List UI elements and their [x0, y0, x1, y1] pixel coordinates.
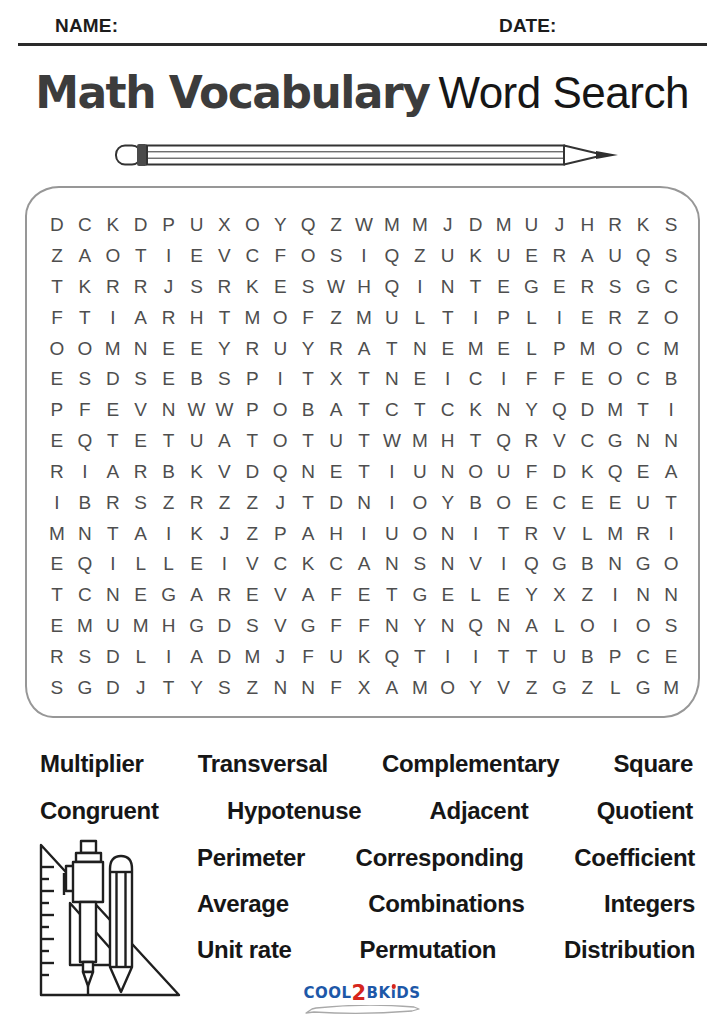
grid-cell[interactable]: Q	[545, 395, 573, 426]
grid-cell[interactable]: D	[573, 395, 601, 426]
grid-cell[interactable]: Y	[210, 333, 238, 364]
grid-cell[interactable]: F	[71, 395, 99, 426]
grid-cell[interactable]: I	[99, 549, 127, 580]
grid-cell[interactable]: G	[518, 272, 546, 303]
grid-cell[interactable]: J	[266, 641, 294, 672]
grid-cell[interactable]: I	[545, 302, 573, 333]
grid-cell[interactable]: J	[545, 210, 573, 241]
grid-cell[interactable]: S	[238, 611, 266, 642]
grid-cell[interactable]: I	[155, 641, 183, 672]
grid-cell[interactable]: P	[601, 641, 629, 672]
grid-cell[interactable]: O	[601, 333, 629, 364]
grid-cell[interactable]: G	[155, 580, 183, 611]
grid-cell[interactable]: R	[238, 333, 266, 364]
grid-cell[interactable]: E	[629, 457, 657, 488]
grid-cell[interactable]: N	[601, 549, 629, 580]
grid-cell[interactable]: S	[43, 672, 71, 703]
grid-cell[interactable]: I	[155, 518, 183, 549]
grid-cell[interactable]: H	[434, 426, 462, 457]
word-item[interactable]: Integers	[604, 890, 695, 918]
grid-cell[interactable]: J	[434, 210, 462, 241]
grid-cell[interactable]: O	[462, 457, 490, 488]
grid-cell[interactable]: E	[573, 302, 601, 333]
grid-cell[interactable]: T	[518, 641, 546, 672]
grid-cell[interactable]: N	[378, 549, 406, 580]
grid-cell[interactable]: D	[462, 210, 490, 241]
grid-cell[interactable]: U	[322, 426, 350, 457]
grid-cell[interactable]: W	[378, 426, 406, 457]
grid-cell[interactable]: A	[294, 580, 322, 611]
word-item[interactable]: Perimeter	[197, 844, 305, 872]
grid-cell[interactable]: L	[545, 611, 573, 642]
grid-cell[interactable]: U	[601, 241, 629, 272]
grid-cell[interactable]: U	[434, 241, 462, 272]
grid-cell[interactable]: V	[127, 395, 155, 426]
grid-cell[interactable]: A	[210, 426, 238, 457]
word-item[interactable]: Corresponding	[356, 844, 524, 872]
grid-cell[interactable]: H	[155, 611, 183, 642]
grid-cell[interactable]: I	[71, 457, 99, 488]
grid-cell[interactable]: N	[294, 672, 322, 703]
grid-cell[interactable]: K	[71, 272, 99, 303]
grid-cell[interactable]: U	[266, 333, 294, 364]
grid-cell[interactable]: D	[99, 672, 127, 703]
grid-cell[interactable]: S	[601, 272, 629, 303]
grid-cell[interactable]: O	[43, 333, 71, 364]
grid-cell[interactable]: N	[434, 457, 462, 488]
grid-cell[interactable]: A	[518, 611, 546, 642]
grid-cell[interactable]: A	[657, 457, 685, 488]
grid-cell[interactable]: J	[266, 487, 294, 518]
grid-cell[interactable]: Q	[629, 241, 657, 272]
grid-cell[interactable]: E	[127, 426, 155, 457]
grid-cell[interactable]: A	[183, 641, 211, 672]
grid-cell[interactable]: N	[490, 395, 518, 426]
grid-cell[interactable]: A	[127, 518, 155, 549]
grid-cell[interactable]: I	[434, 364, 462, 395]
grid-cell[interactable]: A	[378, 672, 406, 703]
grid-cell[interactable]: F	[43, 302, 71, 333]
grid-cell[interactable]: B	[462, 487, 490, 518]
grid-cell[interactable]: R	[127, 272, 155, 303]
grid-cell[interactable]: Q	[378, 241, 406, 272]
grid-cell[interactable]: I	[657, 518, 685, 549]
grid-cell[interactable]: Q	[71, 426, 99, 457]
grid-cell[interactable]: L	[406, 302, 434, 333]
grid-cell[interactable]: B	[573, 549, 601, 580]
word-item[interactable]: Transversal	[198, 750, 328, 778]
grid-cell[interactable]: S	[127, 364, 155, 395]
grid-cell[interactable]: M	[238, 641, 266, 672]
word-item[interactable]: Coefficient	[574, 844, 695, 872]
grid-cell[interactable]: U	[99, 611, 127, 642]
grid-cell[interactable]: E	[434, 580, 462, 611]
grid-cell[interactable]: G	[406, 580, 434, 611]
grid-cell[interactable]: V	[266, 611, 294, 642]
word-item[interactable]: Quotient	[597, 797, 693, 825]
word-item[interactable]: Multiplier	[40, 750, 144, 778]
grid-cell[interactable]: T	[350, 395, 378, 426]
grid-cell[interactable]: T	[238, 426, 266, 457]
grid-cell[interactable]: F	[518, 457, 546, 488]
grid-cell[interactable]: T	[406, 395, 434, 426]
grid-cell[interactable]: S	[210, 364, 238, 395]
grid-cell[interactable]: E	[350, 580, 378, 611]
grid-cell[interactable]: K	[183, 518, 211, 549]
grid-cell[interactable]: V	[545, 518, 573, 549]
grid-cell[interactable]: T	[629, 395, 657, 426]
grid-cell[interactable]: E	[518, 487, 546, 518]
grid-cell[interactable]: D	[127, 210, 155, 241]
grid-cell[interactable]: T	[378, 333, 406, 364]
word-item[interactable]: Distribution	[564, 936, 695, 964]
grid-cell[interactable]: L	[518, 302, 546, 333]
word-item[interactable]: Congruent	[40, 797, 159, 825]
grid-cell[interactable]: N	[434, 518, 462, 549]
grid-cell[interactable]: Y	[294, 333, 322, 364]
grid-cell[interactable]: W	[350, 210, 378, 241]
grid-cell[interactable]: G	[629, 272, 657, 303]
grid-cell[interactable]: E	[490, 272, 518, 303]
grid-cell[interactable]: S	[210, 672, 238, 703]
grid-cell[interactable]: W	[210, 395, 238, 426]
grid-cell[interactable]: M	[490, 210, 518, 241]
grid-cell[interactable]: N	[350, 487, 378, 518]
grid-cell[interactable]: X	[322, 364, 350, 395]
grid-cell[interactable]: E	[183, 241, 211, 272]
grid-cell[interactable]: I	[601, 611, 629, 642]
grid-cell[interactable]: M	[601, 518, 629, 549]
grid-cell[interactable]: I	[490, 549, 518, 580]
grid-cell[interactable]: M	[71, 611, 99, 642]
grid-cell[interactable]: Y	[266, 210, 294, 241]
grid-cell[interactable]: E	[127, 580, 155, 611]
grid-cell[interactable]: J	[155, 272, 183, 303]
grid-cell[interactable]: K	[99, 210, 127, 241]
grid-cell[interactable]: Y	[518, 395, 546, 426]
grid-cell[interactable]: F	[322, 611, 350, 642]
grid-cell[interactable]: N	[99, 580, 127, 611]
grid-cell[interactable]: U	[378, 302, 406, 333]
grid-cell[interactable]: S	[406, 549, 434, 580]
grid-cell[interactable]: M	[573, 333, 601, 364]
grid-cell[interactable]: E	[573, 487, 601, 518]
grid-cell[interactable]: L	[127, 549, 155, 580]
grid-cell[interactable]: D	[210, 641, 238, 672]
grid-cell[interactable]: I	[266, 364, 294, 395]
grid-cell[interactable]: M	[657, 333, 685, 364]
grid-cell[interactable]: E	[238, 580, 266, 611]
grid-cell[interactable]: H	[350, 272, 378, 303]
grid-cell[interactable]: Q	[378, 641, 406, 672]
grid-cell[interactable]: T	[378, 580, 406, 611]
grid-cell[interactable]: M	[406, 210, 434, 241]
grid-cell[interactable]: S	[71, 364, 99, 395]
grid-cell[interactable]: T	[43, 272, 71, 303]
grid-cell[interactable]: Q	[601, 457, 629, 488]
grid-cell[interactable]: B	[294, 395, 322, 426]
grid-cell[interactable]: C	[629, 641, 657, 672]
grid-cell[interactable]: Z	[155, 487, 183, 518]
grid-cell[interactable]: V	[266, 580, 294, 611]
grid-cell[interactable]: E	[99, 395, 127, 426]
grid-cell[interactable]: Z	[322, 210, 350, 241]
grid-cell[interactable]: E	[490, 333, 518, 364]
grid-cell[interactable]: V	[545, 426, 573, 457]
grid-cell[interactable]: E	[322, 457, 350, 488]
grid-cell[interactable]: S	[322, 241, 350, 272]
grid-cell[interactable]: A	[99, 457, 127, 488]
grid-cell[interactable]: Q	[266, 457, 294, 488]
grid-cell[interactable]: M	[378, 210, 406, 241]
grid-cell[interactable]: U	[545, 641, 573, 672]
grid-cell[interactable]: R	[518, 518, 546, 549]
grid-cell[interactable]: V	[462, 549, 490, 580]
grid-cell[interactable]: Y	[434, 487, 462, 518]
grid-cell[interactable]: A	[322, 395, 350, 426]
grid-cell[interactable]: O	[71, 333, 99, 364]
word-item[interactable]: Permutation	[359, 936, 496, 964]
grid-cell[interactable]: C	[238, 241, 266, 272]
grid-cell[interactable]: S	[657, 210, 685, 241]
grid-cell[interactable]: W	[322, 272, 350, 303]
grid-cell[interactable]: E	[183, 333, 211, 364]
grid-cell[interactable]: Z	[573, 672, 601, 703]
grid-cell[interactable]: T	[462, 426, 490, 457]
grid-cell[interactable]: T	[490, 518, 518, 549]
grid-cell[interactable]: T	[350, 457, 378, 488]
grid-cell[interactable]: N	[378, 364, 406, 395]
grid-cell[interactable]: V	[210, 457, 238, 488]
grid-cell[interactable]: L	[601, 672, 629, 703]
grid-cell[interactable]: N	[378, 611, 406, 642]
grid-cell[interactable]: T	[155, 672, 183, 703]
grid-cell[interactable]: I	[434, 641, 462, 672]
grid-cell[interactable]: T	[294, 487, 322, 518]
grid-cell[interactable]: S	[657, 241, 685, 272]
grid-cell[interactable]: M	[350, 302, 378, 333]
grid-cell[interactable]: A	[573, 241, 601, 272]
grid-cell[interactable]: G	[629, 672, 657, 703]
grid-cell[interactable]: R	[322, 333, 350, 364]
grid-cell[interactable]: F	[518, 364, 546, 395]
grid-cell[interactable]: K	[183, 457, 211, 488]
word-item[interactable]: Hypotenuse	[227, 797, 361, 825]
grid-cell[interactable]: T	[210, 302, 238, 333]
grid-cell[interactable]: E	[601, 487, 629, 518]
grid-cell[interactable]: M	[127, 611, 155, 642]
grid-cell[interactable]: N	[657, 580, 685, 611]
grid-cell[interactable]: C	[378, 395, 406, 426]
grid-cell[interactable]: N	[434, 611, 462, 642]
grid-cell[interactable]: Q	[378, 272, 406, 303]
grid-cell[interactable]: P	[155, 210, 183, 241]
grid-cell[interactable]: O	[629, 611, 657, 642]
grid-cell[interactable]: J	[127, 672, 155, 703]
grid-cell[interactable]: R	[518, 426, 546, 457]
grid-cell[interactable]: O	[490, 487, 518, 518]
grid-cell[interactable]: Z	[573, 580, 601, 611]
grid-cell[interactable]: K	[629, 210, 657, 241]
word-item[interactable]: Unit rate	[197, 936, 292, 964]
grid-cell[interactable]: Y	[462, 672, 490, 703]
grid-cell[interactable]: E	[657, 641, 685, 672]
grid-cell[interactable]: Z	[406, 241, 434, 272]
grid-cell[interactable]: E	[43, 426, 71, 457]
grid-cell[interactable]: N	[406, 333, 434, 364]
grid-cell[interactable]: I	[99, 302, 127, 333]
grid-cell[interactable]: A	[127, 302, 155, 333]
grid-cell[interactable]: U	[518, 210, 546, 241]
grid-cell[interactable]: U	[629, 487, 657, 518]
grid-cell[interactable]: P	[43, 395, 71, 426]
grid-cell[interactable]: C	[266, 549, 294, 580]
grid-cell[interactable]: T	[127, 241, 155, 272]
grid-cell[interactable]: U	[183, 426, 211, 457]
grid-cell[interactable]: L	[518, 333, 546, 364]
grid-cell[interactable]: O	[266, 395, 294, 426]
grid-cell[interactable]: H	[322, 518, 350, 549]
word-item[interactable]: Combinations	[368, 890, 524, 918]
grid-cell[interactable]: I	[462, 302, 490, 333]
grid-cell[interactable]: W	[183, 395, 211, 426]
grid-cell[interactable]: I	[155, 241, 183, 272]
grid-cell[interactable]: F	[545, 364, 573, 395]
grid-cell[interactable]: T	[71, 302, 99, 333]
grid-cell[interactable]: U	[490, 241, 518, 272]
grid-cell[interactable]: N	[434, 549, 462, 580]
grid-cell[interactable]: R	[601, 302, 629, 333]
grid-cell[interactable]: M	[657, 672, 685, 703]
grid-cell[interactable]: T	[99, 518, 127, 549]
grid-cell[interactable]: I	[43, 487, 71, 518]
grid-cell[interactable]: E	[183, 549, 211, 580]
grid-cell[interactable]: T	[406, 641, 434, 672]
grid-cell[interactable]: B	[155, 457, 183, 488]
grid-cell[interactable]: Z	[210, 487, 238, 518]
grid-cell[interactable]: R	[99, 272, 127, 303]
grid-cell[interactable]: R	[183, 487, 211, 518]
grid-cell[interactable]: P	[238, 395, 266, 426]
grid-cell[interactable]: F	[322, 672, 350, 703]
grid-cell[interactable]: E	[155, 333, 183, 364]
grid-cell[interactable]: P	[238, 364, 266, 395]
grid-cell[interactable]: B	[573, 641, 601, 672]
grid-cell[interactable]: X	[545, 580, 573, 611]
grid-cell[interactable]: C	[545, 487, 573, 518]
grid-cell[interactable]: G	[545, 549, 573, 580]
grid-cell[interactable]: N	[657, 426, 685, 457]
grid-cell[interactable]: I	[462, 641, 490, 672]
grid-cell[interactable]: A	[294, 518, 322, 549]
grid-cell[interactable]: T	[99, 426, 127, 457]
grid-cell[interactable]: T	[43, 580, 71, 611]
grid-cell[interactable]: N	[294, 457, 322, 488]
grid-cell[interactable]: A	[350, 549, 378, 580]
grid-cell[interactable]: C	[434, 395, 462, 426]
grid-cell[interactable]: E	[43, 364, 71, 395]
grid-cell[interactable]: Q	[518, 549, 546, 580]
grid-cell[interactable]: L	[127, 641, 155, 672]
grid-cell[interactable]: T	[294, 426, 322, 457]
grid-cell[interactable]: I	[378, 457, 406, 488]
grid-cell[interactable]: Z	[238, 518, 266, 549]
grid-cell[interactable]: R	[99, 487, 127, 518]
grid-cell[interactable]: T	[490, 641, 518, 672]
grid-cell[interactable]: R	[573, 272, 601, 303]
grid-cell[interactable]: U	[490, 457, 518, 488]
grid-cell[interactable]: K	[350, 641, 378, 672]
grid-cell[interactable]: L	[462, 580, 490, 611]
grid-cell[interactable]: E	[155, 364, 183, 395]
grid-cell[interactable]: O	[238, 210, 266, 241]
grid-cell[interactable]: E	[43, 549, 71, 580]
grid-cell[interactable]: E	[406, 364, 434, 395]
grid-cell[interactable]: J	[210, 518, 238, 549]
grid-cell[interactable]: A	[350, 333, 378, 364]
grid-cell[interactable]: U	[378, 518, 406, 549]
grid-cell[interactable]: R	[629, 518, 657, 549]
grid-cell[interactable]: D	[99, 364, 127, 395]
grid-cell[interactable]: P	[266, 518, 294, 549]
grid-cell[interactable]: D	[322, 487, 350, 518]
grid-cell[interactable]: U	[183, 210, 211, 241]
grid-cell[interactable]: C	[573, 426, 601, 457]
grid-cell[interactable]: Z	[238, 672, 266, 703]
grid-cell[interactable]: O	[657, 302, 685, 333]
word-item[interactable]: Average	[197, 890, 289, 918]
grid-cell[interactable]: R	[210, 580, 238, 611]
grid-cell[interactable]: E	[518, 241, 546, 272]
grid-cell[interactable]: U	[406, 457, 434, 488]
grid-cell[interactable]: M	[43, 518, 71, 549]
grid-cell[interactable]: Q	[294, 210, 322, 241]
grid-cell[interactable]: D	[43, 210, 71, 241]
grid-cell[interactable]: O	[601, 364, 629, 395]
grid-cell[interactable]: Q	[490, 426, 518, 457]
grid-cell[interactable]: R	[43, 641, 71, 672]
grid-cell[interactable]: G	[629, 549, 657, 580]
grid-cell[interactable]: S	[183, 272, 211, 303]
grid-cell[interactable]: R	[601, 210, 629, 241]
grid-cell[interactable]: R	[210, 272, 238, 303]
grid-cell[interactable]: T	[434, 302, 462, 333]
grid-cell[interactable]: I	[490, 364, 518, 395]
grid-cell[interactable]: G	[71, 672, 99, 703]
grid-cell[interactable]: Y	[518, 580, 546, 611]
grid-cell[interactable]: S	[127, 487, 155, 518]
grid-cell[interactable]: C	[629, 364, 657, 395]
grid-cell[interactable]: D	[545, 457, 573, 488]
grid-cell[interactable]: D	[210, 611, 238, 642]
grid-cell[interactable]: C	[322, 549, 350, 580]
grid-cell[interactable]: S	[294, 272, 322, 303]
grid-cell[interactable]: Y	[406, 611, 434, 642]
grid-cell[interactable]: P	[545, 333, 573, 364]
grid-cell[interactable]: M	[99, 333, 127, 364]
grid-cell[interactable]: N	[127, 333, 155, 364]
grid-cell[interactable]: C	[462, 364, 490, 395]
grid-cell[interactable]: F	[294, 641, 322, 672]
grid-cell[interactable]: T	[462, 272, 490, 303]
grid-cell[interactable]: K	[462, 395, 490, 426]
grid-cell[interactable]: C	[657, 272, 685, 303]
grid-cell[interactable]: K	[462, 241, 490, 272]
grid-cell[interactable]: Y	[183, 672, 211, 703]
grid-cell[interactable]: Z	[629, 302, 657, 333]
grid-cell[interactable]: I	[350, 518, 378, 549]
grid-cell[interactable]: G	[183, 611, 211, 642]
